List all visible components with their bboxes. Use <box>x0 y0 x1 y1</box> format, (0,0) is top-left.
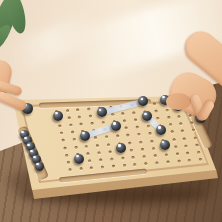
game-ball[interactable] <box>74 154 84 164</box>
game-ball[interactable] <box>142 111 152 121</box>
scene <box>0 0 222 222</box>
game-ball[interactable] <box>160 140 170 150</box>
game-ball[interactable] <box>156 125 166 135</box>
right-hand-knuckles <box>166 93 191 110</box>
game-ball[interactable] <box>53 111 63 121</box>
game-ball[interactable] <box>80 131 90 141</box>
tray-ball[interactable] <box>35 162 44 171</box>
game-ball[interactable] <box>138 96 148 106</box>
game-ball[interactable] <box>97 107 107 117</box>
game-ball[interactable] <box>111 121 121 131</box>
game-ball[interactable] <box>116 143 126 153</box>
